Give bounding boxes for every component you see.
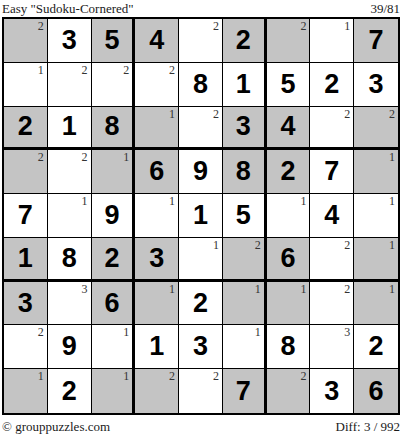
cell-value: 3 [310, 369, 353, 413]
cell-r1c2[interactable]: 3 [48, 19, 92, 63]
cell-r8c5[interactable]: 3 [179, 325, 223, 369]
cell-r2c5[interactable]: 8 [179, 63, 223, 107]
cell-value: 4 [310, 194, 353, 237]
cell-value: 5 [223, 194, 264, 237]
corner-mark: 2 [213, 369, 219, 383]
cell-r3c6[interactable]: 3 [223, 107, 267, 151]
cell-r3c8[interactable]: 2 [310, 107, 354, 151]
corner-mark: 1 [123, 325, 129, 339]
cell-r3c3[interactable]: 8 [92, 107, 136, 151]
corner-mark: 1 [123, 150, 129, 164]
corner-mark: 2 [213, 107, 219, 121]
cell-r3c7[interactable]: 4 [267, 107, 311, 151]
cell-r2c9[interactable]: 3 [354, 63, 398, 107]
cell-r6c9[interactable]: 1 [354, 238, 398, 282]
cell-value: 2 [310, 63, 353, 106]
cell-r3c9[interactable]: 2 [354, 107, 398, 151]
cell-value: 1 [223, 63, 264, 106]
cell-value: 2 [48, 369, 91, 413]
corner-mark: 1 [169, 107, 175, 121]
cell-value: 8 [267, 325, 310, 368]
cell-value: 2 [267, 150, 310, 193]
corner-mark: 2 [38, 19, 44, 33]
cell-value: 9 [179, 150, 222, 193]
cell-value: 8 [92, 107, 133, 148]
cell-r7c9[interactable]: 1 [354, 282, 398, 326]
cell-value: 6 [354, 369, 398, 413]
cell-r8c1[interactable]: 2 [4, 325, 48, 369]
cell-r9c5[interactable]: 2 [179, 369, 223, 413]
cell-value: 7 [354, 19, 398, 62]
corner-mark: 1 [344, 19, 350, 33]
cell-r6c3[interactable]: 2 [92, 238, 136, 282]
cell-value: 3 [179, 325, 222, 368]
cell-value: 7 [4, 194, 47, 237]
corner-mark: 1 [300, 194, 306, 208]
corner-mark: 1 [38, 63, 44, 77]
cell-value: 1 [4, 238, 47, 279]
corner-mark: 2 [123, 63, 129, 77]
corner-mark: 1 [82, 194, 88, 208]
cell-r3c2[interactable]: 1 [48, 107, 92, 151]
cell-value: 1 [48, 107, 91, 148]
sudoku-page: Easy "Sudoku-Cornered" 39/81 23542221712… [0, 0, 402, 437]
cell-r6c5[interactable]: 1 [179, 238, 223, 282]
corner-mark: 2 [255, 238, 261, 252]
copyright-text: © grouppuzzles.com [2, 419, 110, 435]
corner-mark: 2 [344, 107, 350, 121]
cell-r7c5[interactable]: 2 [179, 282, 223, 326]
grid-wrap: 2354222171222815232181234222216982717191… [0, 17, 402, 415]
cell-r1c7[interactable]: 2 [267, 19, 311, 63]
sudoku-grid: 2354222171222815232181234222216982717191… [2, 17, 400, 415]
cell-value: 6 [92, 282, 133, 325]
cell-r8c6[interactable]: 1 [223, 325, 267, 369]
cell-value: 3 [354, 63, 398, 106]
cell-r2c8[interactable]: 2 [310, 63, 354, 107]
cell-r5c2[interactable]: 1 [48, 194, 92, 238]
cell-r6c8[interactable]: 2 [310, 238, 354, 282]
cell-r9c9[interactable]: 6 [354, 369, 398, 413]
corner-mark: 1 [169, 282, 175, 296]
cell-value: 9 [92, 194, 133, 237]
cell-value: 8 [179, 63, 222, 106]
cell-r4c4[interactable]: 6 [135, 150, 179, 194]
cell-r6c1[interactable]: 1 [4, 238, 48, 282]
cell-r7c6[interactable]: 1 [223, 282, 267, 326]
cell-value: 8 [48, 238, 91, 279]
cell-r8c7[interactable]: 8 [267, 325, 311, 369]
corner-mark: 2 [389, 107, 395, 121]
cell-value: 1 [135, 325, 178, 368]
corner-mark: 2 [300, 19, 306, 33]
cell-r5c3[interactable]: 9 [92, 194, 136, 238]
cell-r7c7[interactable]: 1 [267, 282, 311, 326]
cell-r9c2[interactable]: 2 [48, 369, 92, 413]
corner-mark: 1 [389, 150, 395, 164]
cell-r8c9[interactable]: 2 [354, 325, 398, 369]
corner-mark: 1 [389, 194, 395, 208]
corner-mark: 1 [213, 238, 219, 252]
corner-mark: 2 [82, 150, 88, 164]
cell-r1c4[interactable]: 4 [135, 19, 179, 63]
cell-value: 2 [92, 238, 133, 279]
cell-r8c3[interactable]: 1 [92, 325, 136, 369]
cell-r5c5[interactable]: 1 [179, 194, 223, 238]
corner-mark: 2 [300, 369, 306, 383]
cell-r3c4[interactable]: 1 [135, 107, 179, 151]
cell-r6c4[interactable]: 3 [135, 238, 179, 282]
cell-value: 3 [48, 19, 91, 62]
cell-value: 3 [223, 107, 264, 148]
corner-mark: 3 [82, 282, 88, 296]
cell-r8c8[interactable]: 3 [310, 325, 354, 369]
cell-r1c1[interactable]: 2 [4, 19, 48, 63]
cell-value: 3 [4, 282, 47, 325]
cell-r6c6[interactable]: 2 [223, 238, 267, 282]
corner-mark: 1 [389, 282, 395, 296]
cell-value: 1 [179, 194, 222, 237]
corner-mark: 1 [255, 325, 261, 339]
corner-mark: 1 [255, 282, 261, 296]
corner-mark: 2 [344, 282, 350, 296]
cell-value: 5 [92, 19, 133, 62]
cell-r2c6[interactable]: 1 [223, 63, 267, 107]
corner-mark: 3 [344, 325, 350, 339]
cell-r7c1[interactable]: 3 [4, 282, 48, 326]
cell-r2c4[interactable]: 2 [135, 63, 179, 107]
cell-r7c4[interactable]: 1 [135, 282, 179, 326]
cell-value: 3 [135, 238, 178, 279]
cell-r3c5[interactable]: 2 [179, 107, 223, 151]
cell-r9c3[interactable]: 1 [92, 369, 136, 413]
cell-value: 6 [135, 150, 178, 193]
corner-mark: 2 [344, 238, 350, 252]
cell-r7c8[interactable]: 2 [310, 282, 354, 326]
cell-value: 7 [223, 369, 264, 413]
cell-value: 2 [354, 325, 398, 368]
cell-r4c1[interactable]: 2 [4, 150, 48, 194]
cell-r5c4[interactable]: 1 [135, 194, 179, 238]
cell-r7c2[interactable]: 3 [48, 282, 92, 326]
cell-r5c7[interactable]: 1 [267, 194, 311, 238]
cell-r4c8[interactable]: 7 [310, 150, 354, 194]
cell-value: 2 [4, 107, 47, 148]
cell-value: 2 [223, 19, 264, 62]
cell-r4c3[interactable]: 1 [92, 150, 136, 194]
corner-mark: 2 [169, 63, 175, 77]
cell-r5c9[interactable]: 1 [354, 194, 398, 238]
cell-r9c4[interactable]: 2 [135, 369, 179, 413]
cell-value: 4 [267, 107, 310, 148]
cell-r4c9[interactable]: 1 [354, 150, 398, 194]
cell-r4c2[interactable]: 2 [48, 150, 92, 194]
corner-mark: 1 [123, 369, 129, 383]
corner-mark: 1 [300, 282, 306, 296]
cell-r4c6[interactable]: 8 [223, 150, 267, 194]
cell-r8c4[interactable]: 1 [135, 325, 179, 369]
puzzle-title: Easy "Sudoku-Cornered" [2, 1, 134, 17]
cell-value: 6 [267, 238, 310, 279]
cell-r8c2[interactable]: 9 [48, 325, 92, 369]
corner-mark: 2 [38, 150, 44, 164]
cell-r6c2[interactable]: 8 [48, 238, 92, 282]
cell-r2c2[interactable]: 2 [48, 63, 92, 107]
progress-counter: 39/81 [370, 1, 400, 17]
cell-r1c3[interactable]: 5 [92, 19, 136, 63]
corner-mark: 2 [82, 63, 88, 77]
cell-r1c9[interactable]: 7 [354, 19, 398, 63]
header: Easy "Sudoku-Cornered" 39/81 [0, 0, 402, 17]
corner-mark: 2 [38, 325, 44, 339]
cell-r1c8[interactable]: 1 [310, 19, 354, 63]
cell-r5c1[interactable]: 7 [4, 194, 48, 238]
cell-r4c7[interactable]: 2 [267, 150, 311, 194]
cell-value: 5 [267, 63, 310, 106]
cell-r9c1[interactable]: 1 [4, 369, 48, 413]
difficulty-text: Diff: 3 / 992 [336, 419, 400, 435]
cell-r1c5[interactable]: 2 [179, 19, 223, 63]
cell-r3c1[interactable]: 2 [4, 107, 48, 151]
corner-mark: 1 [389, 238, 395, 252]
cell-r9c8[interactable]: 3 [310, 369, 354, 413]
corner-mark: 2 [169, 369, 175, 383]
cell-r9c6[interactable]: 7 [223, 369, 267, 413]
cell-value: 7 [310, 150, 353, 193]
corner-mark: 1 [169, 194, 175, 208]
cell-r2c7[interactable]: 5 [267, 63, 311, 107]
corner-mark: 2 [213, 19, 219, 33]
cell-r6c7[interactable]: 6 [267, 238, 311, 282]
cell-r5c6[interactable]: 5 [223, 194, 267, 238]
cell-value: 4 [135, 19, 178, 62]
cell-r1c6[interactable]: 2 [223, 19, 267, 63]
cell-value: 2 [179, 282, 222, 325]
cell-r4c5[interactable]: 9 [179, 150, 223, 194]
cell-value: 9 [48, 325, 91, 368]
cell-r9c7[interactable]: 2 [267, 369, 311, 413]
cell-r2c3[interactable]: 2 [92, 63, 136, 107]
cell-r5c8[interactable]: 4 [310, 194, 354, 238]
cell-r7c3[interactable]: 6 [92, 282, 136, 326]
footer: © grouppuzzles.com Diff: 3 / 992 [0, 415, 402, 437]
cell-r2c1[interactable]: 1 [4, 63, 48, 107]
cell-value: 8 [223, 150, 264, 193]
corner-mark: 1 [38, 369, 44, 383]
